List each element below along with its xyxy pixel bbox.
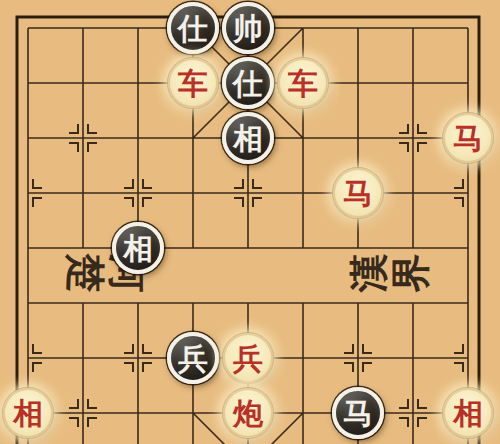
board-point-6-4[interactable] <box>331 221 386 276</box>
board-point-0-5[interactable] <box>1 276 56 331</box>
piece-glyph: 兵 <box>178 344 208 374</box>
board-point-0-1[interactable] <box>1 56 56 111</box>
board-point-8-5[interactable] <box>441 276 496 331</box>
board-point-3-4[interactable] <box>166 221 221 276</box>
board-point-1-2[interactable] <box>56 111 111 166</box>
piece-glyph: 相 <box>123 234 153 264</box>
board-point-7-0[interactable] <box>386 1 441 56</box>
board-point-1-6[interactable] <box>56 331 111 386</box>
board-point-1-1[interactable] <box>56 56 111 111</box>
board-point-7-3[interactable] <box>386 166 441 221</box>
piece-red-horse[interactable]: 马 <box>332 167 384 219</box>
board-point-8-1[interactable] <box>441 56 496 111</box>
board-point-2-5[interactable] <box>111 276 166 331</box>
board-point-0-4[interactable] <box>1 221 56 276</box>
board-point-0-6[interactable] <box>1 331 56 386</box>
board-point-5-2[interactable] <box>276 111 331 166</box>
board-point-3-3[interactable] <box>166 166 221 221</box>
piece-glyph: 车 <box>178 69 208 99</box>
board-point-4-4[interactable] <box>221 221 276 276</box>
board-point-1-5[interactable] <box>56 276 111 331</box>
board-point-3-5[interactable] <box>166 276 221 331</box>
board-point-8-0[interactable] <box>441 1 496 56</box>
piece-red-cannon[interactable]: 炮 <box>222 387 274 439</box>
board-point-7-4[interactable] <box>386 221 441 276</box>
board-point-8-4[interactable] <box>441 221 496 276</box>
board-point-0-2[interactable] <box>1 111 56 166</box>
board-point-5-3[interactable] <box>276 166 331 221</box>
board-point-5-4[interactable] <box>276 221 331 276</box>
piece-red-chariot[interactable]: 车 <box>167 57 219 109</box>
board-point-2-2[interactable] <box>111 111 166 166</box>
board-point-5-6[interactable] <box>276 331 331 386</box>
piece-glyph: 仕 <box>233 69 263 99</box>
piece-red-pawn[interactable]: 兵 <box>222 332 274 384</box>
board-point-4-3[interactable] <box>221 166 276 221</box>
piece-glyph: 马 <box>343 179 373 209</box>
board-point-2-7[interactable] <box>111 386 166 441</box>
board-point-0-3[interactable] <box>1 166 56 221</box>
board-point-6-6[interactable] <box>331 331 386 386</box>
piece-glyph: 马 <box>343 399 373 429</box>
board-point-2-0[interactable] <box>111 1 166 56</box>
board-point-2-6[interactable] <box>111 331 166 386</box>
board-point-2-1[interactable] <box>111 56 166 111</box>
board-point-0-0[interactable] <box>1 1 56 56</box>
piece-red-elephant[interactable]: 相 <box>2 387 54 439</box>
piece-red-chariot[interactable]: 车 <box>277 57 329 109</box>
board-point-6-0[interactable] <box>331 1 386 56</box>
piece-black-advisor[interactable]: 仕 <box>222 57 274 109</box>
piece-glyph: 马 <box>453 124 483 154</box>
piece-black-general[interactable]: 帅 <box>222 2 274 54</box>
board-point-1-0[interactable] <box>56 1 111 56</box>
board-point-2-3[interactable] <box>111 166 166 221</box>
xiangqi-board: 楚河 漢界 仕帅车仕车相马马相兵兵相炮马相 <box>0 0 500 444</box>
piece-glyph: 车 <box>288 69 318 99</box>
board-point-1-7[interactable] <box>56 386 111 441</box>
board-point-7-6[interactable] <box>386 331 441 386</box>
board-point-3-2[interactable] <box>166 111 221 166</box>
board-point-5-5[interactable] <box>276 276 331 331</box>
piece-black-elephant[interactable]: 相 <box>222 112 274 164</box>
piece-black-elephant[interactable]: 相 <box>112 222 164 274</box>
board-point-8-6[interactable] <box>441 331 496 386</box>
board-point-1-3[interactable] <box>56 166 111 221</box>
piece-glyph: 帅 <box>233 14 263 44</box>
board-point-6-5[interactable] <box>331 276 386 331</box>
piece-glyph: 相 <box>453 399 483 429</box>
piece-glyph: 相 <box>13 399 43 429</box>
board-point-5-7[interactable] <box>276 386 331 441</box>
board-point-6-2[interactable] <box>331 111 386 166</box>
board-point-7-5[interactable] <box>386 276 441 331</box>
board-point-7-2[interactable] <box>386 111 441 166</box>
piece-glyph: 相 <box>233 124 263 154</box>
board-point-1-4[interactable] <box>56 221 111 276</box>
board-point-6-1[interactable] <box>331 56 386 111</box>
board-point-7-7[interactable] <box>386 386 441 441</box>
board-point-4-5[interactable] <box>221 276 276 331</box>
piece-glyph: 仕 <box>178 14 208 44</box>
board-point-3-7[interactable] <box>166 386 221 441</box>
piece-red-horse[interactable]: 马 <box>442 112 494 164</box>
piece-glyph: 炮 <box>233 399 263 429</box>
piece-black-horse[interactable]: 马 <box>332 387 384 439</box>
piece-glyph: 兵 <box>233 344 263 374</box>
board-point-7-1[interactable] <box>386 56 441 111</box>
piece-red-elephant[interactable]: 相 <box>442 387 494 439</box>
board-point-5-0[interactable] <box>276 1 331 56</box>
piece-black-advisor[interactable]: 仕 <box>167 2 219 54</box>
piece-grid: 仕帅车仕车相马马相兵兵相炮马相 <box>1 1 496 441</box>
board-point-8-3[interactable] <box>441 166 496 221</box>
piece-black-pawn[interactable]: 兵 <box>167 332 219 384</box>
